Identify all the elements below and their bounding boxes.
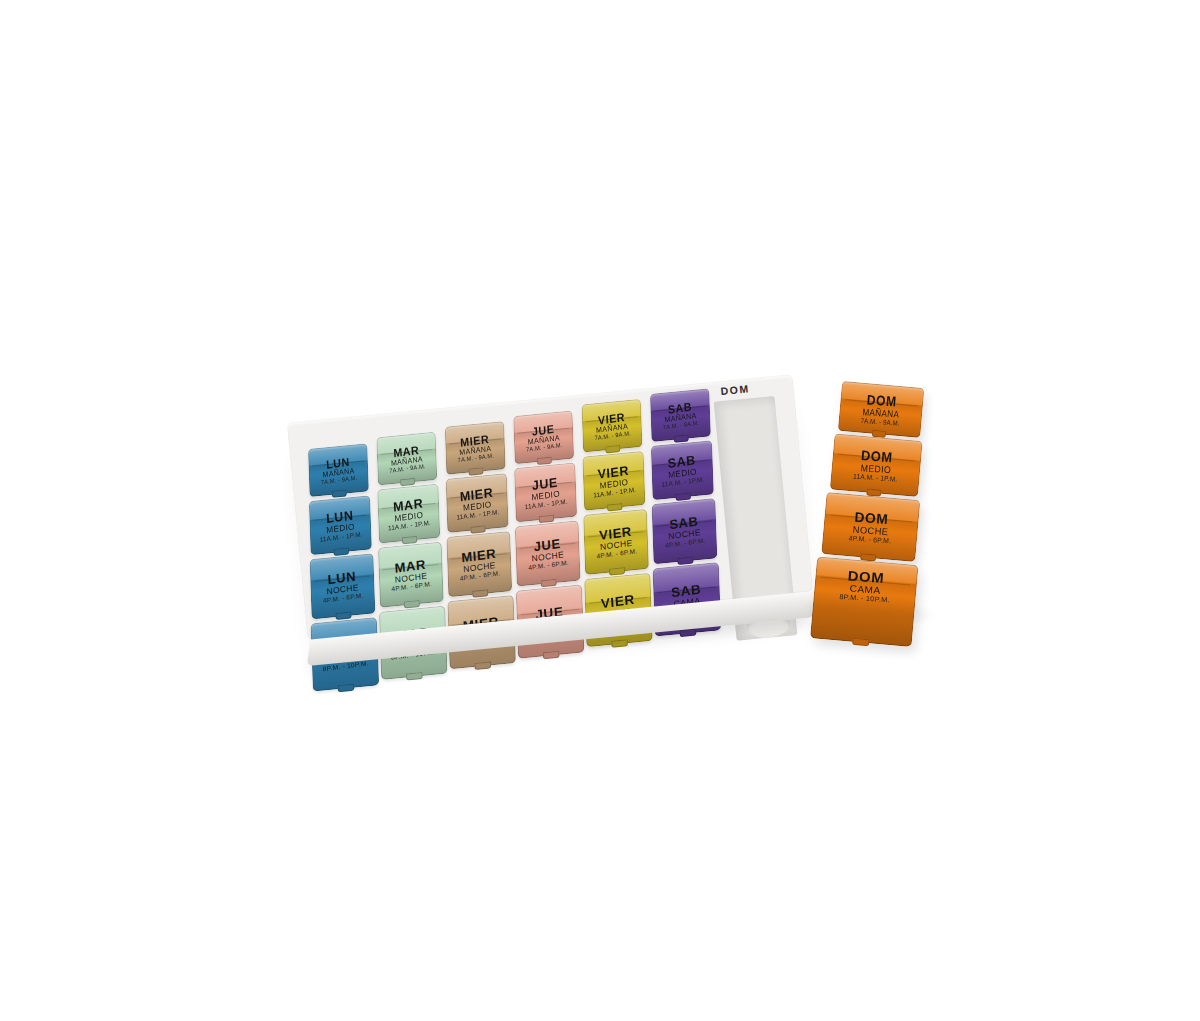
pill-box-mier-noche: MIER NOCHE 4P.M. - 6P.M. [446,531,512,597]
pill-box-label: LUN NOCHE 4P.M. - 6P.M. [309,552,377,620]
pill-box-lun-medio: LUN MEDIO 11A.M. - 1P.M. [309,495,372,555]
pill-box-label: DOM MAÑANA 7A.M. - 9A.M. [838,382,924,437]
dose-time-range: 4P.M. - 6P.M. [848,534,891,544]
pill-box-mier-medio: MIER MEDIO 11A.M. - 1P.M. [446,473,509,533]
pill-box-lun-manana: LUN MAÑANA 7A.M. - 9A.M. [308,443,369,497]
pill-box-mar-noche: MAR NOCHE 4P.M. - 6P.M. [378,542,444,608]
pill-box-dom-cama: DOM CAMA 8P.M. - 10P.M. [810,556,919,647]
pill-box-jue-manana: JUE MAÑANA 7A.M. - 9A.M. [513,410,574,464]
pill-box-dom-manana: DOM MAÑANA 7A.M. - 9A.M. [838,381,925,438]
pill-box-label: VIER MAÑANA 7A.M. - 9A.M. [581,398,643,454]
dose-time-range: 11A.M. - 1P.M. [853,473,898,484]
pill-box-label: LUN MEDIO 11A.M. - 1P.M. [308,494,373,556]
pill-organizer-tray: LUN MAÑANA 7A.M. - 9A.M. LUN MEDIO 11A.M… [287,374,814,640]
dose-time-range: 8P.M. - 10P.M. [839,593,890,604]
pill-box-label: VIER NOCHE 4P.M. - 6P.M. [582,508,650,576]
pill-box-label: MAR MEDIO 11A.M. - 1P.M. [376,483,441,545]
day-column-dom-detached: DOM MAÑANA 7A.M. - 9A.M. DOM MEDIO 11A.M… [813,380,931,646]
pill-box-sab-manana: SAB MAÑANA 7A.M. - 9A.M. [650,388,711,442]
pill-box-mier-manana: MIER MAÑANA 7A.M. - 9A.M. [445,421,506,475]
pill-box-label: SAB MAÑANA 7A.M. - 9A.M. [649,387,711,443]
dose-time-range: 7A.M. - 9A.M. [860,417,899,427]
pill-box-lun-noche: LUN NOCHE 4P.M. - 6P.M. [310,553,376,619]
pill-box-label: DOM NOCHE 4P.M. - 6P.M. [822,493,920,561]
pill-box-dom-medio: DOM MEDIO 11A.M. - 1P.M. [830,433,923,496]
product-photo: LUN MAÑANA 7A.M. - 9A.M. LUN MEDIO 11A.M… [0,0,1200,1021]
pill-box-label: JUE MAÑANA 7A.M. - 9A.M. [512,409,574,465]
pill-box-label: JUE MEDIO 11A.M. - 1P.M. [513,461,578,523]
tray-dom-label: DOM [720,382,750,397]
pill-box-jue-medio: JUE MEDIO 11A.M. - 1P.M. [514,462,577,522]
pill-box-label: DOM MEDIO 11A.M. - 1P.M. [830,434,922,496]
pill-box-label: MAR MAÑANA 7A.M. - 9A.M. [376,431,438,487]
pill-box-mar-manana: MAR MAÑANA 7A.M. - 9A.M. [376,432,437,486]
pill-box-label: MIER NOCHE 4P.M. - 6P.M. [445,530,513,598]
pill-box-label: JUE NOCHE 4P.M. - 6P.M. [514,519,582,587]
pill-box-vier-noche: VIER NOCHE 4P.M. - 6P.M. [583,509,649,575]
pill-box-jue-noche: JUE NOCHE 4P.M. - 6P.M. [515,520,581,586]
pill-box-vier-manana: VIER MAÑANA 7A.M. - 9A.M. [582,399,643,453]
pill-box-label: MIER MAÑANA 7A.M. - 9A.M. [444,420,506,476]
pill-box-label: DOM CAMA 8P.M. - 10P.M. [811,557,918,646]
pill-box-label: MAR NOCHE 4P.M. - 6P.M. [377,541,445,609]
pill-box-label: SAB NOCHE 4P.M. - 6P.M. [651,497,719,565]
pill-box-sab-medio: SAB MEDIO 11A.M. - 1P.M. [651,440,714,500]
pill-box-sab-noche: SAB NOCHE 4P.M. - 6P.M. [652,498,718,564]
pill-box-vier-medio: VIER MEDIO 11A.M. - 1P.M. [582,451,645,511]
pill-box-label: VIER MEDIO 11A.M. - 1P.M. [582,450,647,512]
pill-box-label: MIER MEDIO 11A.M. - 1P.M. [445,472,510,534]
pill-box-label: LUN MAÑANA 7A.M. - 9A.M. [307,442,369,498]
pill-box-mar-medio: MAR MEDIO 11A.M. - 1P.M. [377,484,440,544]
pill-box-dom-noche: DOM NOCHE 4P.M. - 6P.M. [821,492,920,562]
pill-box-label: SAB MEDIO 11A.M. - 1P.M. [650,439,715,501]
